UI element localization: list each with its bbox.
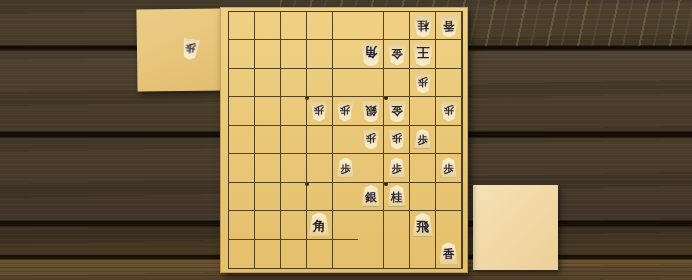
board-cell[interactable]: [255, 211, 281, 239]
board-cell[interactable]: [307, 40, 333, 68]
board-cell[interactable]: [255, 183, 281, 211]
board-cell[interactable]: 歩: [436, 154, 462, 182]
board-cell[interactable]: 歩: [333, 97, 359, 125]
board-cell[interactable]: [229, 183, 255, 211]
board-cell[interactable]: 歩: [384, 126, 410, 154]
board-cell[interactable]: [358, 240, 384, 268]
board-cell[interactable]: 歩: [410, 69, 436, 97]
shogi-piece[interactable]: 歩: [388, 130, 405, 150]
board-cell[interactable]: 角: [307, 211, 333, 239]
board-cell[interactable]: [255, 240, 281, 268]
board-cell[interactable]: [229, 40, 255, 68]
board-cell[interactable]: [358, 69, 384, 97]
board-cell[interactable]: [229, 240, 255, 268]
board-cell[interactable]: 歩: [410, 126, 436, 154]
shogi-piece[interactable]: 金: [387, 44, 406, 66]
sente-komadai-tray: [473, 185, 558, 270]
board-cell[interactable]: [410, 183, 436, 211]
board-cell[interactable]: [255, 69, 281, 97]
board-cell[interactable]: [229, 69, 255, 97]
board-cell[interactable]: [358, 12, 384, 40]
board-cell[interactable]: [333, 126, 359, 154]
board-cell[interactable]: [281, 154, 307, 182]
board-cell[interactable]: [384, 12, 410, 40]
board-cell[interactable]: [255, 154, 281, 182]
shogi-piece[interactable]: 角: [309, 212, 330, 236]
board-cell[interactable]: [333, 211, 359, 239]
table-background: 歩 桂香角金王歩歩歩銀金歩歩歩歩歩歩歩銀桂角飛香: [0, 0, 692, 280]
board-cell[interactable]: [255, 126, 281, 154]
board-cell[interactable]: [281, 69, 307, 97]
board-cell[interactable]: [384, 240, 410, 268]
shogi-board: 桂香角金王歩歩歩銀金歩歩歩歩歩歩歩銀桂角飛香: [220, 7, 468, 273]
board-cell[interactable]: [307, 126, 333, 154]
board-cell[interactable]: 金: [384, 40, 410, 68]
board-cell[interactable]: [229, 211, 255, 239]
board-grid: 桂香角金王歩歩歩銀金歩歩歩歩歩歩歩銀桂角飛香: [228, 11, 463, 269]
board-cell[interactable]: [255, 40, 281, 68]
shogi-piece[interactable]: 桂: [413, 15, 432, 37]
board-cell[interactable]: 香: [436, 240, 462, 268]
shogi-piece[interactable]: 歩: [311, 101, 328, 121]
board-cell[interactable]: [333, 69, 359, 97]
board-cell[interactable]: 銀: [358, 97, 384, 125]
board-cell[interactable]: [358, 154, 384, 182]
shogi-piece[interactable]: 歩: [440, 158, 457, 178]
board-cell[interactable]: [229, 12, 255, 40]
board-cell[interactable]: 飛: [410, 211, 436, 239]
board-cell[interactable]: [229, 154, 255, 182]
board-cell[interactable]: [436, 211, 462, 239]
board-cell[interactable]: [333, 240, 359, 268]
board-cell[interactable]: [255, 97, 281, 125]
board-cell[interactable]: [333, 40, 359, 68]
board-cell[interactable]: 王: [410, 40, 436, 68]
board-cell[interactable]: [436, 126, 462, 154]
shogi-piece[interactable]: 銀: [361, 100, 380, 122]
board-cell[interactable]: [358, 211, 384, 239]
shogi-piece[interactable]: 歩: [337, 158, 354, 178]
board-cell[interactable]: [307, 12, 333, 40]
board-cell[interactable]: [307, 240, 333, 268]
shogi-piece[interactable]: 歩: [388, 158, 405, 178]
board-cell[interactable]: [384, 69, 410, 97]
shogi-piece[interactable]: 歩: [414, 73, 431, 93]
board-cell[interactable]: [307, 154, 333, 182]
board-cell[interactable]: [410, 97, 436, 125]
board-cell[interactable]: [436, 183, 462, 211]
shogi-piece[interactable]: 香: [439, 15, 458, 37]
board-cell[interactable]: 銀: [358, 183, 384, 211]
board-cell[interactable]: 歩: [358, 126, 384, 154]
shogi-piece[interactable]: 歩: [414, 129, 431, 149]
board-cell[interactable]: [281, 240, 307, 268]
board-cell[interactable]: [281, 126, 307, 154]
board-cell[interactable]: 歩: [436, 97, 462, 125]
board-cell[interactable]: [281, 12, 307, 40]
board-cell[interactable]: 歩: [307, 97, 333, 125]
shogi-piece[interactable]: 歩: [337, 101, 354, 121]
board-cell[interactable]: 桂: [410, 12, 436, 40]
board-cell[interactable]: [436, 69, 462, 97]
board-cell[interactable]: 桂: [384, 183, 410, 211]
board-cell[interactable]: 歩: [384, 154, 410, 182]
board-cell[interactable]: [255, 12, 281, 40]
board-cell[interactable]: 角: [358, 40, 384, 68]
shogi-piece[interactable]: 飛: [412, 213, 433, 237]
shogi-piece[interactable]: 歩: [440, 101, 457, 121]
board-cell[interactable]: [281, 211, 307, 239]
board-cell[interactable]: [333, 183, 359, 211]
board-cell[interactable]: [410, 240, 436, 268]
gote-komadai-tray: 歩: [136, 8, 223, 91]
board-cell[interactable]: [410, 154, 436, 182]
shogi-piece[interactable]: 金: [387, 100, 406, 122]
board-cell[interactable]: [229, 97, 255, 125]
board-cell[interactable]: [333, 12, 359, 40]
board-cell[interactable]: [436, 40, 462, 68]
board-cell[interactable]: [229, 126, 255, 154]
shogi-piece[interactable]: 歩: [362, 130, 379, 150]
board-cell[interactable]: 金: [384, 97, 410, 125]
board-cell[interactable]: [307, 69, 333, 97]
shogi-piece[interactable]: 香: [439, 242, 458, 264]
board-cell[interactable]: 歩: [333, 154, 359, 182]
board-cell[interactable]: [281, 97, 307, 125]
board-cell[interactable]: [281, 183, 307, 211]
board-cell[interactable]: 香: [436, 12, 462, 40]
captured-piece[interactable]: 歩: [181, 38, 201, 61]
shogi-piece[interactable]: 角: [360, 43, 381, 67]
board-cell[interactable]: [281, 40, 307, 68]
board-cell[interactable]: [307, 183, 333, 211]
shogi-piece[interactable]: 銀: [361, 185, 380, 207]
shogi-piece[interactable]: 桂: [387, 185, 406, 207]
board-cell[interactable]: [384, 211, 410, 239]
shogi-piece[interactable]: 王: [412, 43, 433, 67]
